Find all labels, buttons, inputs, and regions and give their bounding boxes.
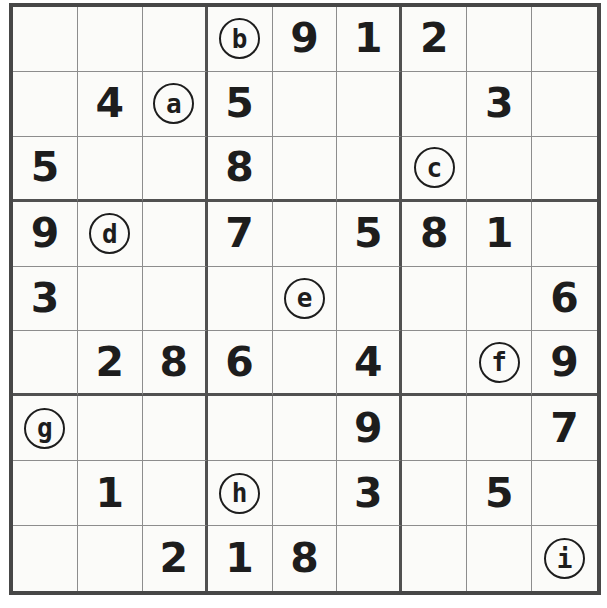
cell-r6c4[interactable]: 6 bbox=[208, 331, 273, 396]
cell-r4c3[interactable] bbox=[143, 202, 208, 267]
given-digit: 9 bbox=[354, 408, 383, 449]
cell-r6c3[interactable]: 8 bbox=[143, 331, 208, 396]
cell-r8c1[interactable] bbox=[13, 461, 78, 526]
cell-r9c3[interactable]: 2 bbox=[143, 526, 208, 591]
cell-r6c9[interactable]: 9 bbox=[532, 331, 597, 396]
circled-letter-i: i bbox=[544, 538, 585, 579]
cell-r2c5[interactable] bbox=[273, 72, 338, 137]
sudoku-board: b9124a5358c9d75813e62864f9g971h35218i bbox=[9, 3, 601, 595]
cell-r3c4[interactable]: 8 bbox=[208, 137, 273, 202]
given-digit: 3 bbox=[485, 83, 514, 124]
cell-r5c1[interactable]: 3 bbox=[13, 267, 78, 332]
cell-r1c3[interactable] bbox=[143, 7, 208, 72]
cell-r9c1[interactable] bbox=[13, 526, 78, 591]
cell-r9c5[interactable]: 8 bbox=[273, 526, 338, 591]
cell-r2c7[interactable] bbox=[402, 72, 467, 137]
cell-r4c8[interactable]: 1 bbox=[467, 202, 532, 267]
circled-letter-b: b bbox=[219, 18, 260, 59]
cell-r7c5[interactable] bbox=[273, 396, 338, 461]
cell-r3c9[interactable] bbox=[532, 137, 597, 202]
cell-r8c4[interactable]: h bbox=[208, 461, 273, 526]
cell-r4c5[interactable] bbox=[273, 202, 338, 267]
given-digit: 4 bbox=[354, 342, 383, 383]
sudoku-page: b9124a5358c9d75813e62864f9g971h35218i bbox=[0, 0, 607, 608]
given-digit: 3 bbox=[31, 278, 60, 319]
cell-r8c3[interactable] bbox=[143, 461, 208, 526]
cell-r1c9[interactable] bbox=[532, 7, 597, 72]
cell-r2c9[interactable] bbox=[532, 72, 597, 137]
cell-r7c7[interactable] bbox=[402, 396, 467, 461]
cell-r6c1[interactable] bbox=[13, 331, 78, 396]
cell-r3c8[interactable] bbox=[467, 137, 532, 202]
cell-r6c7[interactable] bbox=[402, 331, 467, 396]
given-digit: 4 bbox=[96, 83, 125, 124]
cell-r3c1[interactable]: 5 bbox=[13, 137, 78, 202]
cell-r5c5[interactable]: e bbox=[273, 267, 338, 332]
cell-r1c4[interactable]: b bbox=[208, 7, 273, 72]
cell-r1c7[interactable]: 2 bbox=[402, 7, 467, 72]
given-digit: 5 bbox=[225, 83, 254, 124]
cell-r2c8[interactable]: 3 bbox=[467, 72, 532, 137]
cell-r2c1[interactable] bbox=[13, 72, 78, 137]
cell-r5c9[interactable]: 6 bbox=[532, 267, 597, 332]
given-digit: 6 bbox=[225, 342, 254, 383]
cell-r2c6[interactable] bbox=[337, 72, 402, 137]
cell-r4c4[interactable]: 7 bbox=[208, 202, 273, 267]
cell-r5c2[interactable] bbox=[78, 267, 143, 332]
cell-r3c6[interactable] bbox=[337, 137, 402, 202]
circled-letter-a: a bbox=[153, 83, 194, 124]
cell-r3c3[interactable] bbox=[143, 137, 208, 202]
given-digit: 5 bbox=[31, 147, 60, 188]
cell-r7c3[interactable] bbox=[143, 396, 208, 461]
cell-r9c4[interactable]: 1 bbox=[208, 526, 273, 591]
given-digit: 8 bbox=[420, 213, 449, 254]
given-digit: 1 bbox=[354, 18, 383, 59]
cell-r6c5[interactable] bbox=[273, 331, 338, 396]
cell-r9c8[interactable] bbox=[467, 526, 532, 591]
given-digit: 7 bbox=[550, 408, 579, 449]
given-digit: 2 bbox=[159, 538, 188, 579]
given-digit: 6 bbox=[550, 278, 579, 319]
cell-r1c5[interactable]: 9 bbox=[273, 7, 338, 72]
given-digit: 2 bbox=[96, 342, 125, 383]
cell-r3c2[interactable] bbox=[78, 137, 143, 202]
cell-r7c6[interactable]: 9 bbox=[337, 396, 402, 461]
cell-r5c6[interactable] bbox=[337, 267, 402, 332]
cell-r4c2[interactable]: d bbox=[78, 202, 143, 267]
circled-letter-f: f bbox=[479, 342, 520, 383]
cell-r8c2[interactable]: 1 bbox=[78, 461, 143, 526]
cell-r8c7[interactable] bbox=[402, 461, 467, 526]
circled-letter-h: h bbox=[219, 473, 260, 514]
circled-letter-g: g bbox=[24, 408, 65, 449]
cell-r6c2[interactable]: 2 bbox=[78, 331, 143, 396]
cell-r7c8[interactable] bbox=[467, 396, 532, 461]
given-digit: 3 bbox=[354, 473, 383, 514]
cell-r7c4[interactable] bbox=[208, 396, 273, 461]
given-digit: 9 bbox=[290, 18, 319, 59]
circled-letter-d: d bbox=[89, 213, 130, 254]
given-digit: 7 bbox=[225, 213, 254, 254]
cell-r5c8[interactable] bbox=[467, 267, 532, 332]
cell-r8c8[interactable]: 5 bbox=[467, 461, 532, 526]
cell-r4c7[interactable]: 8 bbox=[402, 202, 467, 267]
cell-r5c3[interactable] bbox=[143, 267, 208, 332]
cell-r7c9[interactable]: 7 bbox=[532, 396, 597, 461]
given-digit: 8 bbox=[159, 342, 188, 383]
cell-r4c6[interactable]: 5 bbox=[337, 202, 402, 267]
given-digit: 5 bbox=[354, 213, 383, 254]
cell-r1c8[interactable] bbox=[467, 7, 532, 72]
circled-letter-c: c bbox=[414, 147, 455, 188]
given-digit: 5 bbox=[485, 473, 514, 514]
cell-r9c2[interactable] bbox=[78, 526, 143, 591]
circled-letter-e: e bbox=[284, 278, 325, 319]
given-digit: 8 bbox=[290, 538, 319, 579]
cell-r8c6[interactable]: 3 bbox=[337, 461, 402, 526]
cell-r2c4[interactable]: 5 bbox=[208, 72, 273, 137]
cell-r8c9[interactable] bbox=[532, 461, 597, 526]
cell-r9c7[interactable] bbox=[402, 526, 467, 591]
cell-r9c6[interactable] bbox=[337, 526, 402, 591]
cell-r1c1[interactable] bbox=[13, 7, 78, 72]
cell-r4c9[interactable] bbox=[532, 202, 597, 267]
given-digit: 1 bbox=[96, 473, 125, 514]
cell-r1c2[interactable] bbox=[78, 7, 143, 72]
cell-r1c6[interactable]: 1 bbox=[337, 7, 402, 72]
cell-r8c5[interactable] bbox=[273, 461, 338, 526]
given-digit: 2 bbox=[420, 18, 449, 59]
given-digit: 9 bbox=[31, 213, 60, 254]
cell-r3c5[interactable] bbox=[273, 137, 338, 202]
cell-r3c7[interactable]: c bbox=[402, 137, 467, 202]
cell-r9c9[interactable]: i bbox=[532, 526, 597, 591]
given-digit: 9 bbox=[550, 342, 579, 383]
cell-r7c2[interactable] bbox=[78, 396, 143, 461]
cell-r2c3[interactable]: a bbox=[143, 72, 208, 137]
given-digit: 1 bbox=[225, 538, 254, 579]
cell-r5c7[interactable] bbox=[402, 267, 467, 332]
cell-r7c1[interactable]: g bbox=[13, 396, 78, 461]
cell-r2c2[interactable]: 4 bbox=[78, 72, 143, 137]
cell-r5c4[interactable] bbox=[208, 267, 273, 332]
cell-r4c1[interactable]: 9 bbox=[13, 202, 78, 267]
cell-r6c8[interactable]: f bbox=[467, 331, 532, 396]
given-digit: 1 bbox=[485, 213, 514, 254]
cell-r6c6[interactable]: 4 bbox=[337, 331, 402, 396]
given-digit: 8 bbox=[225, 147, 254, 188]
